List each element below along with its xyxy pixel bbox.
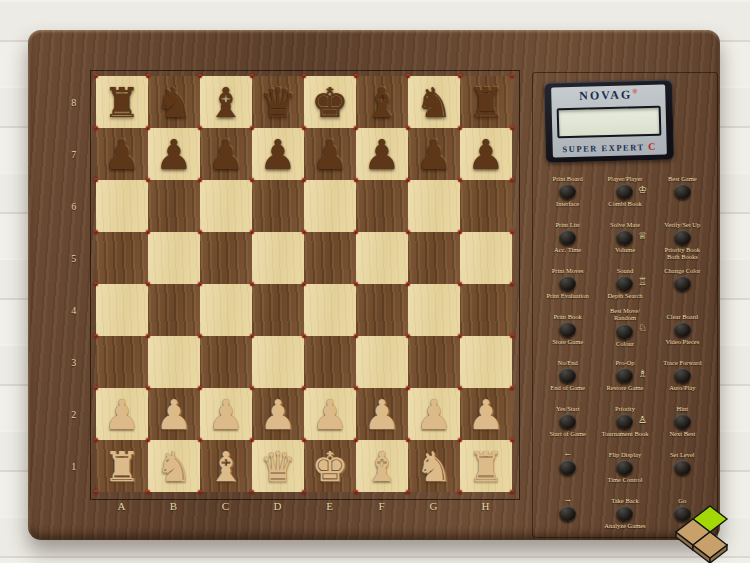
key-label-above: ← [563, 445, 572, 458]
square-a8[interactable]: ♜ [96, 76, 148, 128]
key-cell-player-player: Player/PlayerCombi Book♔ [596, 169, 653, 215]
key-label-below: Depth Search [607, 292, 642, 305]
verify-set-up-button[interactable] [674, 230, 691, 245]
flip-display-button[interactable] [616, 460, 633, 475]
square-d4[interactable] [252, 284, 304, 336]
black-knight[interactable]: ♞ [148, 76, 200, 128]
key-cell-cursor-right-key: → [539, 491, 596, 537]
square-b7[interactable]: ♟ [148, 128, 200, 180]
key-cell-print-board: Print BoardInterface [539, 169, 596, 215]
key-cell-no-end: No/EndEnd of Game [539, 353, 596, 399]
solve-mate-button[interactable] [616, 230, 633, 245]
square-h1[interactable]: ♜ [460, 440, 512, 492]
best-game-button[interactable] [674, 184, 691, 199]
black-pawn[interactable]: ♟ [304, 128, 356, 180]
key-cell-cursor-left-key: ← [539, 445, 596, 491]
square-d5[interactable] [252, 232, 304, 284]
board-grid: ♜♞♝♛♚♝♞♜♟♟♟♟♟♟♟♟♟♟♟♟♟♟♟♟♜♞♝♛♚♝♞♜ [96, 76, 512, 492]
key-label-above: Hint [677, 399, 689, 412]
square-d8[interactable]: ♛ [252, 76, 304, 128]
square-f2[interactable]: ♟ [356, 388, 408, 440]
square-g1[interactable]: ♞ [408, 440, 460, 492]
key-cell-set-level: Set Level [654, 445, 711, 491]
white-pawn[interactable]: ♟ [96, 388, 148, 440]
control-panel: NOVAG® SUPER EXPERT C Print BoardInterfa… [532, 72, 718, 538]
square-d2[interactable]: ♟ [252, 388, 304, 440]
print-moves-button[interactable] [559, 276, 576, 291]
king-glyph: ♔ [638, 184, 647, 195]
set-level-button[interactable] [674, 460, 691, 475]
square-c7[interactable]: ♟ [200, 128, 252, 180]
square-e8[interactable]: ♚ [304, 76, 356, 128]
white-bishop[interactable]: ♝ [356, 440, 408, 492]
key-label-above: Yes/Start [556, 399, 580, 412]
file-label-c: C [200, 500, 252, 512]
white-pawn[interactable]: ♟ [148, 388, 200, 440]
key-label-below: Colour [616, 340, 634, 353]
square-g6[interactable] [408, 180, 460, 232]
key-label-above: Go [678, 491, 686, 504]
cursor-right-key-button[interactable] [559, 506, 576, 521]
key-label-below: Start of Game [549, 430, 585, 443]
square-g7[interactable]: ♟ [408, 128, 460, 180]
queen-glyph: ♕ [638, 230, 647, 241]
key-label-below: Store Game [552, 338, 583, 351]
square-b2[interactable]: ♟ [148, 388, 200, 440]
key-cell-priority: PriorityTournament Book♙ [596, 399, 653, 445]
square-h8[interactable]: ♜ [460, 76, 512, 128]
rank-label-6: 6 [64, 180, 84, 232]
square-d7[interactable]: ♟ [252, 128, 304, 180]
key-label-below: Time Control [608, 476, 643, 489]
file-label-h: H [460, 500, 512, 512]
square-e1[interactable]: ♚ [304, 440, 356, 492]
black-pawn[interactable]: ♟ [96, 128, 148, 180]
rank-labels: 87654321 [64, 76, 84, 492]
key-label-above: Set Level [670, 445, 695, 458]
file-label-d: D [252, 500, 304, 512]
clear-board-button[interactable] [674, 322, 691, 337]
sound-button[interactable] [616, 276, 633, 291]
rank-label-1: 1 [64, 440, 84, 492]
key-cell-print-moves: Print MovesPrint Evaluation [539, 261, 596, 307]
square-c8[interactable]: ♝ [200, 76, 252, 128]
square-a5[interactable] [96, 232, 148, 284]
black-knight[interactable]: ♞ [408, 76, 460, 128]
key-label-above: Sound [617, 261, 634, 274]
no-end-button[interactable] [559, 368, 576, 383]
yes-start-button[interactable] [559, 414, 576, 429]
change-color-button[interactable] [674, 276, 691, 291]
key-matrix: Print BoardInterfacePlayer/PlayerCombi B… [539, 169, 711, 537]
key-label-below: Print Evaluation [546, 292, 588, 305]
square-e5[interactable] [304, 232, 356, 284]
square-b6[interactable] [148, 180, 200, 232]
square-a6[interactable] [96, 180, 148, 232]
square-h3[interactable] [460, 336, 512, 388]
key-label-below: Combi Book [608, 200, 641, 213]
key-label-below: Video Pieces [665, 338, 699, 351]
site-watermark-logo [672, 505, 748, 563]
key-label-above: Flip Display [609, 445, 641, 458]
square-f3[interactable] [356, 336, 408, 388]
brand-label: NOVAG® [579, 88, 638, 102]
key-label-below: Restore Game [606, 384, 643, 397]
table-surface: 87654321 ABCDEFGH ♜♞♝♛♚♝♞♜♟♟♟♟♟♟♟♟♟♟♟♟♟♟… [0, 0, 750, 563]
white-king[interactable]: ♚ [304, 440, 356, 492]
black-rook[interactable]: ♜ [460, 76, 512, 128]
white-queen[interactable]: ♛ [252, 440, 304, 492]
key-cell-trace-forward: Trace ForwardAuto/Play [654, 353, 711, 399]
square-b1[interactable]: ♞ [148, 440, 200, 492]
white-rook[interactable]: ♜ [96, 440, 148, 492]
key-cell-sound: SoundDepth Search♖ [596, 261, 653, 307]
knight-glyph: ♘ [638, 322, 647, 333]
white-pawn[interactable]: ♟ [408, 388, 460, 440]
key-label-above: Verify/Set Up [664, 215, 700, 228]
square-d3[interactable] [252, 336, 304, 388]
file-label-a: A [96, 500, 148, 512]
file-label-e: E [304, 500, 356, 512]
square-e4[interactable] [304, 284, 356, 336]
square-b5[interactable] [148, 232, 200, 284]
rank-label-2: 2 [64, 388, 84, 440]
square-h5[interactable] [460, 232, 512, 284]
square-c3[interactable] [200, 336, 252, 388]
lcd-display: NOVAG® SUPER EXPERT C [544, 79, 674, 162]
key-label-below: Interface [556, 200, 579, 213]
model-label: SUPER EXPERT C [562, 142, 657, 154]
key-cell-yes-start: Yes/StartStart of Game [539, 399, 596, 445]
key-label-above: Clear Board [667, 307, 699, 320]
bishop-glyph: ♗ [638, 368, 647, 379]
rank-label-8: 8 [64, 76, 84, 128]
pawn-glyph: ♙ [638, 414, 647, 425]
white-knight[interactable]: ♞ [148, 440, 200, 492]
square-f1[interactable]: ♝ [356, 440, 408, 492]
best-move-random-button[interactable] [616, 324, 633, 339]
square-f4[interactable] [356, 284, 408, 336]
key-label-above: → [563, 491, 572, 504]
square-b3[interactable] [148, 336, 200, 388]
player-player-button[interactable] [616, 184, 633, 199]
key-cell-print-book: Print BookStore Game [539, 307, 596, 353]
key-cell-take-back: Take BackAnalyze Games [596, 491, 653, 537]
key-label-below: Acc. Time [554, 246, 581, 259]
square-f5[interactable] [356, 232, 408, 284]
black-pawn[interactable]: ♟ [356, 128, 408, 180]
take-back-button[interactable] [616, 506, 633, 521]
key-cell-hint: HintNext Best [654, 399, 711, 445]
square-f8[interactable]: ♝ [356, 76, 408, 128]
white-rook[interactable]: ♜ [460, 440, 512, 492]
square-d1[interactable]: ♛ [252, 440, 304, 492]
rank-label-7: 7 [64, 128, 84, 180]
square-e2[interactable]: ♟ [304, 388, 356, 440]
rank-label-4: 4 [64, 284, 84, 336]
square-h7[interactable]: ♟ [460, 128, 512, 180]
trace-forward-button[interactable] [674, 368, 691, 383]
key-label-above: Print Moves [552, 261, 584, 274]
white-pawn[interactable]: ♟ [356, 388, 408, 440]
black-pawn[interactable]: ♟ [252, 128, 304, 180]
hint-button[interactable] [674, 414, 691, 429]
white-pawn[interactable]: ♟ [200, 388, 252, 440]
file-label-b: B [148, 500, 200, 512]
square-a2[interactable]: ♟ [96, 388, 148, 440]
black-pawn[interactable]: ♟ [460, 128, 512, 180]
key-label-above: Best Move/ Random [610, 307, 640, 322]
key-label-below: Priority Book Both Books [665, 246, 701, 261]
square-g2[interactable]: ♟ [408, 388, 460, 440]
square-h6[interactable] [460, 180, 512, 232]
square-e6[interactable] [304, 180, 356, 232]
square-a7[interactable]: ♟ [96, 128, 148, 180]
pro-op-button[interactable] [616, 368, 633, 383]
file-label-f: F [356, 500, 408, 512]
print-board-button[interactable] [559, 184, 576, 199]
square-b8[interactable]: ♞ [148, 76, 200, 128]
white-knight[interactable]: ♞ [408, 440, 460, 492]
white-bishop[interactable]: ♝ [200, 440, 252, 492]
white-pawn[interactable]: ♟ [252, 388, 304, 440]
square-e3[interactable] [304, 336, 356, 388]
key-cell-best-move-random: Best Move/ RandomColour♘ [596, 307, 653, 353]
rook-glyph: ♖ [638, 276, 647, 287]
key-label-above: Best Game [668, 169, 697, 182]
square-a1[interactable]: ♜ [96, 440, 148, 492]
key-label-above: Solve Mate [610, 215, 640, 228]
square-f7[interactable]: ♟ [356, 128, 408, 180]
black-pawn[interactable]: ♟ [408, 128, 460, 180]
key-label-above: Print Board [553, 169, 583, 182]
lcd-screen [557, 106, 662, 139]
square-c5[interactable] [200, 232, 252, 284]
key-cell-verify-set-up: Verify/Set UpPriority Book Both Books [654, 215, 711, 261]
square-d6[interactable] [252, 180, 304, 232]
square-g4[interactable] [408, 284, 460, 336]
black-king[interactable]: ♚ [304, 76, 356, 128]
print-book-button[interactable] [559, 322, 576, 337]
key-label-below: Tournament Book [601, 430, 648, 443]
key-label-below: Volume [615, 246, 635, 259]
key-cell-clear-board: Clear BoardVideo Pieces [654, 307, 711, 353]
file-labels: ABCDEFGH [96, 500, 512, 512]
square-c2[interactable]: ♟ [200, 388, 252, 440]
square-b4[interactable] [148, 284, 200, 336]
key-label-below: Next Best [669, 430, 695, 443]
square-c6[interactable] [200, 180, 252, 232]
black-queen[interactable]: ♛ [252, 76, 304, 128]
key-label-above: Take Back [611, 491, 639, 504]
rank-label-3: 3 [64, 336, 84, 388]
lcd-faceplate: NOVAG® SUPER EXPERT C [551, 85, 667, 158]
white-pawn[interactable]: ♟ [304, 388, 356, 440]
print-list-button[interactable] [559, 230, 576, 245]
black-rook[interactable]: ♜ [96, 76, 148, 128]
square-g8[interactable]: ♞ [408, 76, 460, 128]
key-label-above: Trace Forward [663, 353, 701, 366]
square-c1[interactable]: ♝ [200, 440, 252, 492]
key-label-below: End of Game [550, 384, 585, 397]
rank-label-5: 5 [64, 232, 84, 284]
square-c4[interactable] [200, 284, 252, 336]
square-h2[interactable]: ♟ [460, 388, 512, 440]
black-bishop[interactable]: ♝ [200, 76, 252, 128]
key-label-above: Player/Player [607, 169, 642, 182]
key-label-above: Pro-Op [615, 353, 634, 366]
square-e7[interactable]: ♟ [304, 128, 356, 180]
black-bishop[interactable]: ♝ [356, 76, 408, 128]
key-cell-flip-display: Flip DisplayTime Control [596, 445, 653, 491]
key-cell-change-color: Change Color [654, 261, 711, 307]
key-cell-pro-op: Pro-OpRestore Game♗ [596, 353, 653, 399]
square-a4[interactable] [96, 284, 148, 336]
square-h4[interactable] [460, 284, 512, 336]
key-label-above: No/End [558, 353, 578, 366]
cursor-left-key-button[interactable] [559, 460, 576, 475]
key-label-below: Auto/Play [669, 384, 695, 397]
square-a3[interactable] [96, 336, 148, 388]
key-label-above: Priority [615, 399, 635, 412]
key-label-above: Change Color [664, 261, 700, 274]
key-label-above: Print List [555, 215, 579, 228]
model-accent-letter: C [648, 141, 657, 152]
registered-mark: ® [632, 87, 637, 95]
black-pawn[interactable]: ♟ [200, 128, 252, 180]
key-cell-solve-mate: Solve MateVolume♕ [596, 215, 653, 261]
square-g5[interactable] [408, 232, 460, 284]
key-label-above: Print Book [553, 307, 581, 320]
key-label-below: Analyze Games [604, 522, 645, 535]
file-label-g: G [408, 500, 460, 512]
priority-button[interactable] [616, 414, 633, 429]
key-cell-best-game: Best Game [654, 169, 711, 215]
square-f6[interactable] [356, 180, 408, 232]
chess-board: 87654321 ABCDEFGH ♜♞♝♛♚♝♞♜♟♟♟♟♟♟♟♟♟♟♟♟♟♟… [28, 30, 720, 540]
key-cell-print-list: Print ListAcc. Time [539, 215, 596, 261]
square-g3[interactable] [408, 336, 460, 388]
black-pawn[interactable]: ♟ [148, 128, 200, 180]
white-pawn[interactable]: ♟ [460, 388, 512, 440]
